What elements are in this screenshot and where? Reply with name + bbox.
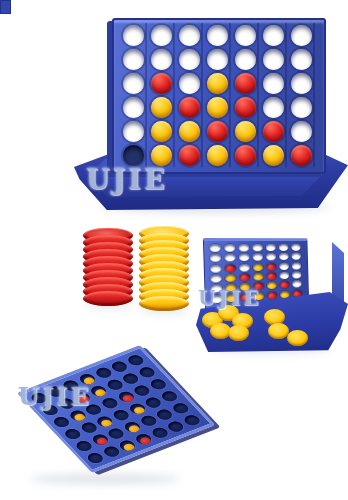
board-cell <box>278 261 291 271</box>
red-disc <box>225 264 236 272</box>
empty-hole <box>235 25 256 46</box>
board-cell <box>175 143 203 167</box>
board-cell <box>147 47 175 71</box>
empty-hole <box>292 280 301 288</box>
empty-hole <box>123 73 144 94</box>
empty-hole <box>266 244 276 251</box>
board-cell <box>259 23 287 47</box>
board-cell <box>147 71 175 95</box>
board-cell <box>287 95 315 119</box>
board-cell <box>203 119 231 143</box>
board-cell <box>231 95 259 119</box>
board-cell <box>208 263 223 274</box>
board-cell <box>119 71 147 95</box>
board-cell <box>251 252 265 262</box>
empty-hole <box>235 49 256 70</box>
empty-hole <box>279 262 289 270</box>
board-cell <box>252 291 266 302</box>
board-cell <box>119 119 147 143</box>
board-cell <box>119 143 147 167</box>
yellow-disc <box>240 283 251 291</box>
empty-hole <box>224 244 235 252</box>
board-cell <box>287 71 315 95</box>
empty-hole <box>291 25 312 46</box>
board-cell <box>147 143 175 167</box>
board-cell <box>147 95 175 119</box>
yellow-chip-stack <box>139 226 189 310</box>
empty-hole <box>182 413 203 427</box>
board-cell <box>175 47 203 71</box>
board-cell <box>277 252 290 262</box>
empty-hole <box>292 262 302 269</box>
board-cell <box>175 23 203 47</box>
empty-hole <box>210 264 222 272</box>
empty-hole <box>207 25 228 46</box>
empty-hole <box>263 49 284 70</box>
red-disc <box>291 145 312 166</box>
board-cell <box>259 47 287 71</box>
board-cell <box>251 262 265 272</box>
board-cell <box>290 261 302 271</box>
board-cell <box>265 290 278 300</box>
red-disc <box>235 145 256 166</box>
red-disc <box>179 97 200 118</box>
empty-hole <box>207 49 228 70</box>
yellow-disc <box>207 97 228 118</box>
yellow-disc <box>226 294 237 302</box>
red-disc <box>263 121 284 142</box>
empty-hole <box>291 73 312 94</box>
board-cell <box>277 243 290 252</box>
red-disc <box>235 73 256 94</box>
empty-hole <box>209 244 221 252</box>
empty-hole <box>179 25 200 46</box>
empty-hole <box>279 244 289 251</box>
empty-hole <box>279 253 289 260</box>
board-cell <box>231 71 259 95</box>
empty-hole <box>291 121 312 142</box>
empty-hole <box>292 271 301 279</box>
red-disc <box>280 281 290 289</box>
board-cell <box>175 95 203 119</box>
yellow-disc <box>207 145 228 166</box>
board-cell <box>290 243 302 252</box>
empty-hole <box>211 284 223 293</box>
main-board-grid <box>119 23 315 167</box>
board-cell <box>175 71 203 95</box>
board-cell <box>147 119 175 143</box>
empty-hole <box>179 73 200 94</box>
board-cell <box>287 47 315 71</box>
empty-hole <box>279 272 289 280</box>
board-cell <box>287 119 315 143</box>
red-disc <box>266 263 276 271</box>
board-cell <box>287 23 315 47</box>
empty-hole <box>253 253 263 261</box>
small-board-grid <box>208 243 304 305</box>
yellow-disc <box>179 121 200 142</box>
yellow-disc <box>267 282 277 290</box>
board-cell <box>259 119 287 143</box>
yellow-disc <box>139 296 189 311</box>
empty-hole <box>239 263 250 271</box>
red-disc <box>179 145 200 166</box>
board-cell <box>208 253 223 263</box>
empty-hole <box>224 254 235 262</box>
yellow-disc <box>151 121 172 142</box>
red-disc <box>239 273 250 281</box>
board-cell <box>203 95 231 119</box>
empty-hole <box>211 294 223 303</box>
board-cell <box>203 71 231 95</box>
yellow-disc <box>253 263 263 271</box>
empty-hole <box>263 73 284 94</box>
board-cell <box>259 143 287 167</box>
board-cell <box>237 262 251 272</box>
board-cell <box>224 292 239 303</box>
board-cell <box>119 23 147 47</box>
board-cell <box>223 253 238 263</box>
board-cell <box>203 47 231 71</box>
board-cell <box>119 47 147 71</box>
yellow-disc <box>287 330 308 346</box>
empty-hole <box>210 254 222 262</box>
empty-hole <box>123 121 144 142</box>
empty-hole <box>123 25 144 46</box>
board-cell <box>231 119 259 143</box>
board-cell <box>237 243 251 253</box>
red-disc <box>235 97 256 118</box>
board-cell <box>287 143 315 167</box>
flat-board-grid <box>26 351 206 467</box>
board-cell <box>147 23 175 47</box>
red-disc <box>207 121 228 142</box>
empty-hole <box>291 49 312 70</box>
board-cell <box>222 243 237 253</box>
empty-hole <box>151 25 172 46</box>
empty-hole <box>123 49 144 70</box>
red-disc <box>253 282 263 290</box>
flat-folded-board <box>17 345 215 473</box>
product-photo-connect-four: UJIE UJIE UJIE <box>0 0 348 500</box>
red-chip-stack <box>83 228 133 306</box>
empty-hole <box>291 253 301 260</box>
empty-hole <box>210 274 222 282</box>
empty-hole <box>291 97 312 118</box>
board-cell <box>208 243 223 253</box>
yellow-disc <box>151 145 172 166</box>
yellow-disc <box>151 97 172 118</box>
red-disc <box>151 73 172 94</box>
board-cell <box>259 95 287 119</box>
disc-through-hole <box>122 442 137 452</box>
empty-hole <box>238 244 249 252</box>
board-cell <box>251 243 265 253</box>
yellow-disc <box>254 292 264 300</box>
board-cell <box>259 71 287 95</box>
yellow-disc <box>253 273 263 281</box>
yellow-disc <box>207 73 228 94</box>
main-board <box>112 18 326 174</box>
board-cell <box>290 252 302 261</box>
board-cell <box>203 143 231 167</box>
red-disc <box>267 291 277 299</box>
empty-hole <box>252 244 262 252</box>
disc-through-hole <box>138 436 153 446</box>
board-cell <box>119 95 147 119</box>
board-cell <box>231 47 259 71</box>
empty-hole <box>291 244 301 251</box>
yellow-disc <box>235 121 256 142</box>
empty-hole <box>123 145 144 166</box>
yellow-disc <box>225 274 236 282</box>
empty-hole <box>151 49 172 70</box>
yellow-disc <box>280 290 290 298</box>
board-cell <box>238 291 252 302</box>
empty-hole <box>123 97 144 118</box>
small-board <box>196 232 348 354</box>
empty-hole <box>263 25 284 46</box>
board-cell <box>203 23 231 47</box>
shadow <box>30 474 180 484</box>
board-cell <box>237 253 251 263</box>
board-cell <box>231 143 259 167</box>
board-cell <box>175 119 203 143</box>
empty-hole <box>266 253 276 261</box>
yellow-disc <box>225 284 236 292</box>
board-cell <box>265 262 278 272</box>
empty-hole <box>179 49 200 70</box>
red-disc <box>240 293 251 301</box>
yellow-disc <box>268 323 289 339</box>
board-cell <box>264 243 277 253</box>
red-disc <box>267 272 277 280</box>
yellow-disc <box>263 145 284 166</box>
yellow-disc <box>228 325 249 341</box>
board-cell <box>231 23 259 47</box>
board-cell <box>209 293 224 304</box>
flat-board-foot <box>0 0 11 14</box>
empty-hole <box>239 254 250 262</box>
red-disc <box>83 291 133 306</box>
empty-hole <box>263 97 284 118</box>
board-cell <box>264 252 277 262</box>
board-cell <box>223 263 238 273</box>
